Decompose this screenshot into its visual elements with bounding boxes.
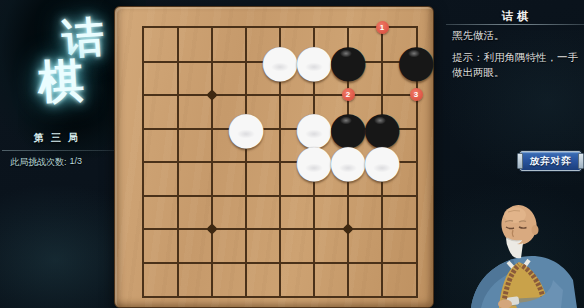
move-marker-1[interactable]: 1	[376, 21, 389, 34]
game-screen: 诘 棋 第三局 此局挑战次数: 1/3 ●●●●●●●●●●●123 诘棋 黑先…	[0, 0, 584, 308]
challenge-counter: 此局挑战次数: 1/3	[10, 156, 82, 169]
stone-white: ●	[229, 110, 263, 144]
move-marker-3[interactable]: 3	[410, 88, 423, 101]
star-point	[206, 89, 217, 100]
move-marker-2[interactable]: 2	[342, 88, 355, 101]
stone-white: ●	[297, 43, 331, 77]
sidebar-divider	[2, 150, 114, 151]
star-point	[342, 223, 353, 234]
stone-black: ●	[399, 43, 433, 77]
old-master-npc-portrait	[461, 186, 584, 308]
stone-white: ●	[263, 43, 297, 77]
panel-title: 诘棋	[446, 9, 584, 24]
star-point	[206, 223, 217, 234]
stone-white: ●	[365, 144, 399, 178]
challenge-counter-label: 此局挑战次数:	[10, 156, 67, 169]
round-label: 第三局	[0, 131, 112, 145]
game-title-calligraphy-char2: 棋	[37, 57, 85, 105]
give-up-button[interactable]: 放弃对弈	[520, 151, 581, 171]
board-grid[interactable]: ●●●●●●●●●●●123	[127, 11, 433, 308]
challenge-counter-value: 1/3	[69, 156, 82, 169]
stone-white: ●	[297, 144, 331, 178]
stone-black: ●	[331, 43, 365, 77]
stone-white: ●	[331, 144, 365, 178]
panel-divider	[446, 24, 584, 25]
puzzle-objective: 黑先做活。	[452, 29, 505, 43]
puzzle-hint: 提示：利用角隅特性，一手做出两眼。	[452, 50, 582, 79]
